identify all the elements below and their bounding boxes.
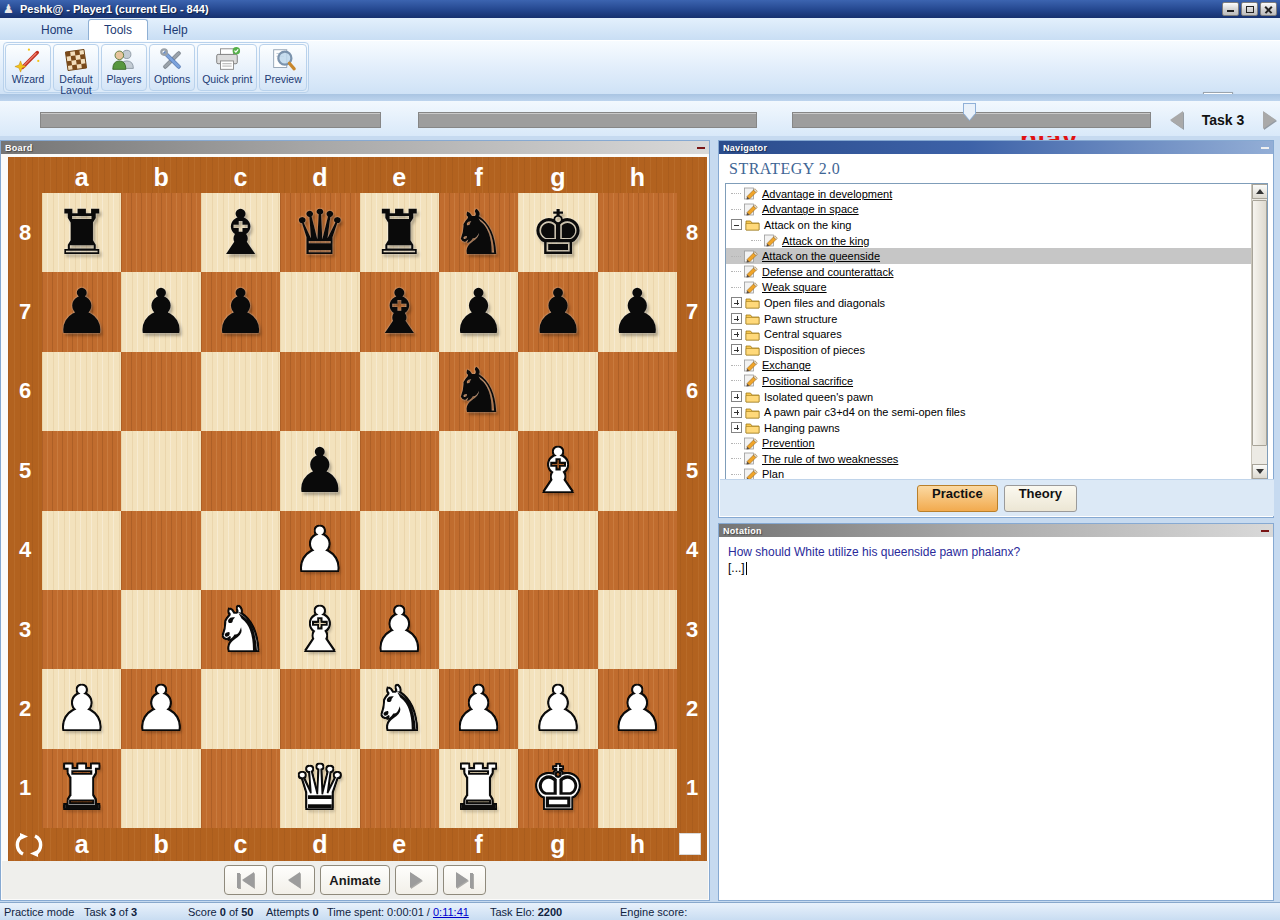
tree-item-open-files-and-diagonals[interactable]: Open files and diagonals [726, 295, 1251, 311]
ribbon-separator [0, 94, 1280, 101]
navigator-minimize-icon[interactable] [1261, 147, 1269, 149]
square-d5[interactable]: ♟ [280, 431, 359, 510]
square-c6[interactable] [201, 352, 280, 431]
square-b2[interactable]: ♟ [121, 669, 200, 748]
preview-button[interactable]: Preview [259, 44, 306, 91]
notation-panel-header: Notation [719, 524, 1273, 537]
square-h6[interactable] [598, 352, 677, 431]
task-pencil-icon [743, 187, 758, 200]
coord-label: 4 [8, 511, 42, 590]
coord-label: b [121, 828, 200, 862]
piece-white-bishop-g5[interactable]: ♝ [530, 440, 586, 502]
tree-connector [731, 287, 741, 288]
tree-item-label: Open files and diagonals [764, 297, 885, 309]
tree-item-exchange[interactable]: Exchange [726, 358, 1251, 374]
tree-connector [731, 443, 741, 444]
square-b3[interactable] [121, 590, 200, 669]
engine-score-status: Engine score: [620, 906, 687, 918]
folder-icon [745, 328, 760, 341]
square-a1[interactable]: ♜ [42, 749, 121, 828]
board-squares: ♜♝♛♜♞♚♟♟♟♝♟♟♟♞♟♝♟♞♝♟♟♟♞♟♟♟♜♛♜♚ [42, 193, 677, 828]
scroll-up-icon[interactable] [1252, 184, 1268, 199]
square-b1[interactable] [121, 749, 200, 828]
tree-item-plan[interactable]: Plan [726, 467, 1251, 480]
navigator-panel: Navigator STRATEGY 2.0 Advantage in deve… [718, 140, 1274, 518]
tree-item-label: Isolated queen's pawn [764, 391, 873, 403]
step-back-icon [288, 872, 300, 888]
piece-black-pawn-f7[interactable]: ♟ [451, 281, 507, 343]
square-g2[interactable]: ♟ [518, 669, 597, 748]
tree-item-advantage-in-development[interactable]: Advantage in development [726, 186, 1251, 202]
square-h7[interactable]: ♟ [598, 272, 677, 351]
tree-connector [731, 458, 741, 459]
piece-black-knight-f6[interactable]: ♞ [451, 360, 507, 422]
coord-label: f [439, 828, 518, 862]
square-f7[interactable]: ♟ [439, 272, 518, 351]
square-d8[interactable]: ♛ [280, 193, 359, 272]
coord-label: 6 [677, 352, 707, 431]
folder-icon [745, 296, 760, 309]
folder-icon [745, 312, 760, 325]
coord-label: 1 [8, 749, 42, 828]
quick-print-button[interactable]: Quick print [197, 44, 257, 91]
first-move-button[interactable] [224, 865, 267, 895]
navigator-panel-header: Navigator [719, 141, 1273, 154]
coord-label: 5 [8, 431, 42, 510]
tree-item-label: Weak square [762, 281, 827, 293]
last-move-button[interactable] [443, 865, 486, 895]
tab-help[interactable]: Help [148, 20, 203, 40]
square-f3[interactable] [439, 590, 518, 669]
tree-item-label: Positional sacrifice [762, 375, 853, 387]
board-panel-header: Board [1, 141, 709, 154]
square-e1[interactable] [360, 749, 439, 828]
tree-connector [731, 193, 741, 194]
square-e5[interactable] [360, 431, 439, 510]
coord-label: g [518, 828, 597, 862]
tab-home[interactable]: Home [26, 20, 88, 40]
app-icon: ♟ [3, 3, 16, 16]
mode-status: Practice mode [4, 906, 74, 918]
board-layout-icon [62, 46, 90, 74]
square-g6[interactable] [518, 352, 597, 431]
task-pencil-icon [743, 203, 758, 216]
next-move-button[interactable] [395, 865, 438, 895]
tree-scrollbar[interactable] [1251, 184, 1267, 479]
tree-connector [751, 240, 761, 241]
course-tree: Advantage in developmentAdvantage in spa… [725, 183, 1268, 480]
tree-item-label: Advantage in development [762, 188, 892, 200]
rank-labels-right: 87654321 [677, 193, 707, 828]
ribbon-button-label: Options [154, 74, 190, 85]
piece-white-queen-d1[interactable]: ♛ [292, 757, 348, 819]
tree-item-positional-sacrifice[interactable]: Positional sacrifice [726, 373, 1251, 389]
folder-icon [745, 421, 760, 434]
wizard-button[interactable]: Wizard [5, 44, 51, 91]
square-g7[interactable]: ♟ [518, 272, 597, 351]
magnifier-icon [269, 46, 297, 74]
ribbon-button-label: Players [106, 74, 141, 85]
status-bar: Practice modeTask 3 of 3Score 0 of 50Att… [0, 902, 1280, 920]
close-button[interactable] [1260, 2, 1277, 16]
task-pencil-icon [743, 374, 758, 387]
navigator-panel-title: Navigator [723, 143, 767, 153]
tree-connector [731, 380, 741, 381]
expand-icon[interactable] [731, 297, 742, 308]
piece-black-pawn-g7[interactable]: ♟ [530, 281, 586, 343]
coord-label: f [439, 157, 518, 193]
square-e7[interactable]: ♝ [360, 272, 439, 351]
piece-white-pawn-f2[interactable]: ♟ [451, 678, 507, 740]
tree-connector [731, 256, 741, 257]
piece-black-pawn-c7[interactable]: ♟ [213, 281, 269, 343]
square-e3[interactable]: ♟ [360, 590, 439, 669]
animate-button[interactable]: Animate [320, 865, 389, 895]
tree-item-label: Attack on the queenside [762, 250, 880, 262]
task-navigation: Task 3 [1170, 107, 1276, 133]
tab-tools[interactable]: Tools [88, 19, 148, 40]
flip-board-icon[interactable] [14, 830, 44, 860]
time-limit-link[interactable]: 0:11:41 [433, 906, 469, 918]
square-b4[interactable] [121, 511, 200, 590]
square-c7[interactable]: ♟ [201, 272, 280, 351]
tree-item-label: Defense and counterattack [762, 266, 893, 278]
tree-connector [731, 271, 741, 272]
coord-label: a [42, 828, 121, 862]
piece-white-pawn-g2[interactable]: ♟ [530, 678, 586, 740]
square-b7[interactable]: ♟ [121, 272, 200, 351]
piece-white-pawn-e3[interactable]: ♟ [371, 599, 427, 661]
skip-start-icon [242, 872, 254, 888]
square-b6[interactable] [121, 352, 200, 431]
notation-body[interactable]: How should White utilize his queenside p… [720, 537, 1272, 899]
square-h5[interactable] [598, 431, 677, 510]
square-c2[interactable] [201, 669, 280, 748]
piece-white-pawn-h2[interactable]: ♟ [610, 678, 666, 740]
square-a7[interactable]: ♟ [42, 272, 121, 351]
course-progress-row: Task 3 [0, 101, 1280, 136]
practice-button[interactable]: Practice [917, 485, 998, 512]
wand-icon [14, 46, 42, 74]
expand-icon[interactable] [731, 391, 742, 402]
piece-white-bishop-d3[interactable]: ♝ [292, 599, 348, 661]
square-d1[interactable]: ♛ [280, 749, 359, 828]
tree-item-label: Exchange [762, 359, 811, 371]
tree-item-label: Disposition of pieces [764, 344, 865, 356]
square-g4[interactable] [518, 511, 597, 590]
square-c4[interactable] [201, 511, 280, 590]
previous-move-button[interactable] [272, 865, 315, 895]
collapse-icon[interactable] [731, 219, 742, 230]
square-e6[interactable] [360, 352, 439, 431]
tree-item-label: Hanging pawns [764, 422, 840, 434]
square-a4[interactable] [42, 511, 121, 590]
piece-black-bishop-c8[interactable]: ♝ [213, 202, 269, 264]
piece-black-pawn-b7[interactable]: ♟ [133, 281, 189, 343]
tree-item-label: Prevention [762, 437, 815, 449]
text-caret [746, 562, 748, 575]
coord-label: a [42, 157, 121, 193]
ribbon-button-label: Quick print [202, 74, 252, 85]
square-f1[interactable]: ♜ [439, 749, 518, 828]
scrollbar-thumb[interactable] [1252, 200, 1267, 446]
board-minimize-icon[interactable] [697, 147, 705, 149]
expand-icon[interactable] [731, 329, 742, 340]
tree-item-label: Central squares [764, 328, 842, 340]
square-f5[interactable] [439, 431, 518, 510]
ribbon-button-label: Wizard [12, 74, 45, 85]
coord-label: e [360, 828, 439, 862]
piece-black-pawn-h7[interactable]: ♟ [610, 281, 666, 343]
piece-white-pawn-a2[interactable]: ♟ [54, 678, 110, 740]
coord-label: 4 [677, 511, 707, 590]
task-pencil-icon [743, 452, 758, 465]
ribbon-tab-row: HomeToolsHelp [0, 18, 1280, 40]
score-status: Score 0 of 50 [188, 906, 253, 918]
progress-bar-2 [418, 112, 757, 128]
square-d3[interactable]: ♝ [280, 590, 359, 669]
title-bar: ♟ Peshk@ - Player1 (current Elo - 844) [0, 0, 1280, 18]
tree-item-a-pawn-pair-c3-d4-on-the-semi-open-files[interactable]: A pawn pair c3+d4 on the semi-open files [726, 404, 1251, 420]
task-pencil-icon [743, 359, 758, 372]
ribbon-button-group: WizardDefault LayoutPlayersOptionsQuick … [3, 42, 309, 93]
peshka-app: { "game": "chess", "position": { "fen": … [0, 0, 1280, 920]
coord-label: c [201, 828, 280, 862]
restore-button[interactable] [1241, 2, 1258, 16]
coord-label: 1 [677, 749, 707, 828]
piece-black-rook-a8[interactable]: ♜ [54, 202, 110, 264]
next-task-icon[interactable] [1263, 111, 1276, 129]
expand-icon[interactable] [731, 313, 742, 324]
square-a2[interactable]: ♟ [42, 669, 121, 748]
tree-item-pawn-structure[interactable]: Pawn structure [726, 311, 1251, 327]
square-h2[interactable]: ♟ [598, 669, 677, 748]
piece-white-knight-e2[interactable]: ♞ [371, 678, 427, 740]
square-b5[interactable] [121, 431, 200, 510]
board-panel-title: Board [5, 143, 33, 153]
piece-black-pawn-d5[interactable]: ♟ [292, 440, 348, 502]
crossed-tools-icon [158, 46, 186, 74]
players-button[interactable]: Players [101, 44, 147, 91]
tree-item-label: Pawn structure [764, 313, 837, 325]
folder-icon [745, 218, 760, 231]
animate-label: Animate [329, 873, 380, 888]
expand-icon[interactable] [731, 344, 742, 355]
piece-black-rook-e8[interactable]: ♜ [371, 202, 427, 264]
coord-label: 2 [677, 669, 707, 748]
square-a8[interactable]: ♜ [42, 193, 121, 272]
task-pencil-icon [763, 234, 778, 247]
tree-item-prevention[interactable]: Prevention [726, 436, 1251, 452]
square-h8[interactable] [598, 193, 677, 272]
square-h4[interactable] [598, 511, 677, 590]
theory-button[interactable]: Theory [1004, 485, 1077, 512]
task-question: How should White utilize his queenside p… [728, 544, 1264, 560]
piece-white-king-g1[interactable]: ♚ [530, 757, 586, 819]
coord-label: d [280, 828, 359, 862]
coord-label: 3 [8, 590, 42, 669]
coord-label: 7 [677, 272, 707, 351]
window-title: Peshk@ - Player1 (current Elo - 844) [20, 3, 209, 15]
ribbon-button-label: Preview [264, 74, 301, 85]
task-pencil-icon [743, 281, 758, 294]
printer-icon [213, 46, 241, 74]
piece-white-pawn-d4[interactable]: ♟ [292, 519, 348, 581]
coord-label: h [598, 157, 677, 193]
file-labels-bottom: abcdefgh [42, 828, 677, 862]
coord-label: h [598, 828, 677, 862]
piece-black-knight-f8[interactable]: ♞ [451, 202, 507, 264]
move-indicator-square [679, 833, 701, 855]
tree-item-isolated-queen-s-pawn[interactable]: Isolated queen's pawn [726, 389, 1251, 405]
tree-item-label: Advantage in space [762, 203, 859, 215]
piece-white-pawn-b2[interactable]: ♟ [133, 678, 189, 740]
coord-label: 3 [677, 590, 707, 669]
square-g3[interactable] [518, 590, 597, 669]
task-pencil-icon [743, 265, 758, 278]
square-d4[interactable]: ♟ [280, 511, 359, 590]
options-button[interactable]: Options [149, 44, 195, 91]
notation-minimize-icon[interactable] [1261, 530, 1269, 532]
square-e4[interactable] [360, 511, 439, 590]
square-d6[interactable] [280, 352, 359, 431]
piece-white-rook-f1[interactable]: ♜ [451, 757, 507, 819]
square-c8[interactable]: ♝ [201, 193, 280, 272]
square-c1[interactable] [201, 749, 280, 828]
square-f2[interactable]: ♟ [439, 669, 518, 748]
piece-white-knight-c3[interactable]: ♞ [213, 599, 269, 661]
square-g8[interactable]: ♚ [518, 193, 597, 272]
piece-black-king-g8[interactable]: ♚ [530, 202, 586, 264]
previous-task-icon[interactable] [1170, 111, 1183, 129]
piece-black-bishop-e7[interactable]: ♝ [371, 281, 427, 343]
folder-icon [745, 343, 760, 356]
coord-label: e [360, 157, 439, 193]
ribbon-button-label: Default Layout [59, 74, 92, 96]
square-h3[interactable] [598, 590, 677, 669]
tree-item-the-rule-of-two-weaknesses[interactable]: The rule of two weaknesses [726, 451, 1251, 467]
players-icon [110, 46, 138, 74]
chess-board: abcdefgh 87654321 ♜♝♛♜♞♚♟♟♟♝♟♟♟♞♟♝♟♞♝♟♟♟… [8, 157, 707, 862]
ribbon-toolbar: WizardDefault LayoutPlayersOptionsQuick … [0, 40, 1280, 94]
coord-label: b [121, 157, 200, 193]
tree-connector [731, 209, 741, 210]
square-h1[interactable] [598, 749, 677, 828]
course-title: STRATEGY 2.0 [729, 160, 840, 178]
skip-end-icon [456, 872, 468, 888]
tree-item-central-squares[interactable]: Central squares [726, 326, 1251, 342]
square-c5[interactable] [201, 431, 280, 510]
notation-panel: Notation How should White utilize his qu… [718, 523, 1274, 901]
move-navigation-strip: Animate [2, 861, 708, 899]
coord-label: g [518, 157, 597, 193]
board-panel: Board abcdefgh 87654321 ♜♝♛♜♞♚♟♟♟♝♟♟♟♞♟♝… [0, 140, 710, 901]
file-labels-top: abcdefgh [42, 157, 677, 193]
square-e2[interactable]: ♞ [360, 669, 439, 748]
attempts-status: Attempts 0 [266, 906, 319, 918]
rank-labels-left: 87654321 [8, 193, 42, 828]
minimize-button[interactable] [1222, 2, 1239, 16]
tree-connector [731, 474, 741, 475]
coord-label: 8 [677, 193, 707, 272]
expand-icon[interactable] [731, 422, 742, 433]
tree-item-label: Attack on the king [764, 219, 851, 231]
square-d7[interactable] [280, 272, 359, 351]
tree-item-attack-on-the-king[interactable]: Attack on the king [726, 233, 1251, 249]
tree-item-defense-and-counterattack[interactable]: Defense and counterattack [726, 264, 1251, 280]
coord-label: 6 [8, 352, 42, 431]
coord-label: 8 [8, 193, 42, 272]
folder-icon [745, 406, 760, 419]
task-label: Task 3 [1183, 112, 1263, 128]
folder-icon [745, 390, 760, 403]
tree-item-attack-on-the-king[interactable]: Attack on the king [726, 217, 1251, 233]
notation-panel-title: Notation [723, 526, 762, 536]
square-g5[interactable]: ♝ [518, 431, 597, 510]
moves-placeholder: [...] [728, 560, 745, 576]
task-pencil-icon [743, 250, 758, 263]
tree-item-label: A pawn pair c3+d4 on the semi-open files [764, 406, 966, 418]
square-e8[interactable]: ♜ [360, 193, 439, 272]
step-forward-icon [410, 872, 422, 888]
tree-item-advantage-in-space[interactable]: Advantage in space [726, 202, 1251, 218]
time-status: Time spent: 0:00:01 / 0:11:41 [327, 906, 469, 918]
tree-item-weak-square[interactable]: Weak square [726, 280, 1251, 296]
square-d2[interactable] [280, 669, 359, 748]
default-layout-button[interactable]: Default Layout [53, 44, 99, 91]
tree-item-label: Attack on the king [782, 235, 869, 247]
tree-item-label: The rule of two weaknesses [762, 453, 898, 465]
square-c3[interactable]: ♞ [201, 590, 280, 669]
expand-icon[interactable] [731, 407, 742, 418]
square-a3[interactable] [42, 590, 121, 669]
task-pencil-icon [743, 437, 758, 450]
piece-black-queen-d8[interactable]: ♛ [292, 202, 348, 264]
coord-label: 5 [677, 431, 707, 510]
square-a6[interactable] [42, 352, 121, 431]
mode-button-strip: PracticeTheory [720, 479, 1274, 516]
square-f4[interactable] [439, 511, 518, 590]
piece-white-rook-a1[interactable]: ♜ [54, 757, 110, 819]
coord-label: d [280, 157, 359, 193]
progress-bar-1 [40, 112, 381, 128]
square-f8[interactable]: ♞ [439, 193, 518, 272]
tree-connector [731, 365, 741, 366]
square-a5[interactable] [42, 431, 121, 510]
piece-black-pawn-a7[interactable]: ♟ [54, 281, 110, 343]
coord-label: 2 [8, 669, 42, 748]
scroll-down-icon[interactable] [1252, 464, 1268, 479]
coord-label: c [201, 157, 280, 193]
task-elo-status: Task Elo: 2200 [490, 906, 562, 918]
square-g1[interactable]: ♚ [518, 749, 597, 828]
square-f6[interactable]: ♞ [439, 352, 518, 431]
square-b8[interactable] [121, 193, 200, 272]
coord-label: 7 [8, 272, 42, 351]
tree-item-attack-on-the-queenside[interactable]: Attack on the queenside [726, 248, 1251, 264]
tree-item-hanging-pawns[interactable]: Hanging pawns [726, 420, 1251, 436]
task-status: Task 3 of 3 [84, 906, 137, 918]
tree-item-disposition-of-pieces[interactable]: Disposition of pieces [726, 342, 1251, 358]
